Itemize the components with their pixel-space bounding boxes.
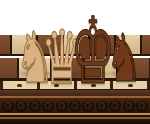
- scroll-carving-icon: [136, 100, 148, 112]
- scroll-carving-icon: [123, 100, 135, 112]
- carved-scroll-frieze: [0, 98, 150, 113]
- dark-knight: ♞: [106, 26, 143, 92]
- scroll-carving-icon: [109, 100, 121, 112]
- dark-square: [0, 35, 10, 54]
- box-bottom-edge: [0, 119, 150, 124]
- scroll-carving-icon: [42, 100, 54, 112]
- dark-square: [142, 35, 150, 54]
- scroll-carving-icon: [29, 100, 41, 112]
- chess-set-photo: ♞♛♚♞: [0, 0, 150, 124]
- dark-square: [0, 58, 17, 78]
- scroll-carving-icon: [82, 100, 94, 112]
- scroll-carving-icon: [2, 100, 14, 112]
- scroll-carving-icon: [96, 100, 108, 112]
- scroll-carving-icon: [69, 100, 81, 112]
- scroll-carving-icon: [56, 100, 68, 112]
- scroll-carving-icon: [15, 100, 27, 112]
